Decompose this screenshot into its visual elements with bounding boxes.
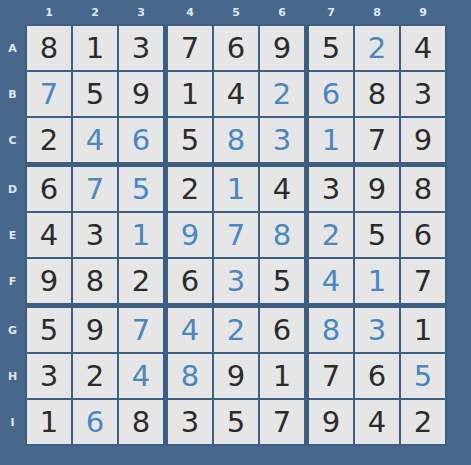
row-header-group: DEF	[0, 167, 25, 303]
cell-G2[interactable]: 9	[73, 308, 117, 352]
sudoku-box-1: 813759246	[27, 26, 163, 162]
cell-G4[interactable]: 4	[168, 308, 212, 352]
sudoku-box-3: 524683179	[309, 26, 445, 162]
cell-B2[interactable]: 5	[73, 72, 117, 116]
cell-A8[interactable]: 2	[355, 26, 399, 70]
cell-C6[interactable]: 3	[260, 118, 304, 162]
cell-G1[interactable]: 5	[27, 308, 71, 352]
cell-F5[interactable]: 3	[214, 259, 258, 303]
col-header-7: 7	[309, 6, 353, 19]
cell-I6[interactable]: 7	[260, 400, 304, 444]
cell-H3[interactable]: 4	[119, 354, 163, 398]
cell-F8[interactable]: 1	[355, 259, 399, 303]
cell-C7[interactable]: 1	[309, 118, 353, 162]
cell-H6[interactable]: 1	[260, 354, 304, 398]
cell-C4[interactable]: 5	[168, 118, 212, 162]
row-header-G: G	[0, 308, 25, 352]
cell-E8[interactable]: 5	[355, 213, 399, 257]
cell-C9[interactable]: 9	[401, 118, 445, 162]
col-header-8: 8	[355, 6, 399, 19]
row-header-I: I	[0, 400, 25, 444]
cell-H2[interactable]: 2	[73, 354, 117, 398]
cell-I3[interactable]: 8	[119, 400, 163, 444]
corner-spacer	[0, 0, 25, 24]
col-header-4: 4	[168, 6, 212, 19]
cell-D3[interactable]: 5	[119, 167, 163, 211]
cell-B9[interactable]: 3	[401, 72, 445, 116]
cell-A4[interactable]: 7	[168, 26, 212, 70]
cell-D5[interactable]: 1	[214, 167, 258, 211]
col-header-9: 9	[401, 6, 445, 19]
column-header-group: 789	[309, 6, 445, 19]
cell-A7[interactable]: 5	[309, 26, 353, 70]
cell-D8[interactable]: 9	[355, 167, 399, 211]
cell-D6[interactable]: 4	[260, 167, 304, 211]
cell-A3[interactable]: 3	[119, 26, 163, 70]
cell-E3[interactable]: 1	[119, 213, 163, 257]
cell-A5[interactable]: 6	[214, 26, 258, 70]
cell-C5[interactable]: 8	[214, 118, 258, 162]
cell-B5[interactable]: 4	[214, 72, 258, 116]
cell-F1[interactable]: 9	[27, 259, 71, 303]
sudoku-page: 123456789 ABCDEFGHI 81375924676914258352…	[0, 0, 471, 465]
cell-C2[interactable]: 4	[73, 118, 117, 162]
cell-F9[interactable]: 7	[401, 259, 445, 303]
cell-G3[interactable]: 7	[119, 308, 163, 352]
cell-G9[interactable]: 1	[401, 308, 445, 352]
column-header-group: 456	[168, 6, 304, 19]
row-headers: ABCDEFGHI	[0, 24, 25, 446]
cell-C1[interactable]: 2	[27, 118, 71, 162]
cell-F3[interactable]: 2	[119, 259, 163, 303]
cell-I2[interactable]: 6	[73, 400, 117, 444]
sudoku-box-9: 831765942	[309, 308, 445, 444]
cell-D2[interactable]: 7	[73, 167, 117, 211]
cell-E4[interactable]: 9	[168, 213, 212, 257]
row-header-group: ABC	[0, 26, 25, 162]
cell-E7[interactable]: 2	[309, 213, 353, 257]
cell-D9[interactable]: 8	[401, 167, 445, 211]
col-header-5: 5	[214, 6, 258, 19]
cell-B8[interactable]: 8	[355, 72, 399, 116]
cell-B4[interactable]: 1	[168, 72, 212, 116]
cell-A6[interactable]: 9	[260, 26, 304, 70]
cell-F7[interactable]: 4	[309, 259, 353, 303]
cell-A2[interactable]: 1	[73, 26, 117, 70]
col-header-6: 6	[260, 6, 304, 19]
column-headers: 123456789	[25, 0, 447, 24]
cell-B6[interactable]: 2	[260, 72, 304, 116]
sudoku-board: 8137592467691425835246831796754319822149…	[25, 24, 447, 446]
cell-G5[interactable]: 2	[214, 308, 258, 352]
cell-I8[interactable]: 4	[355, 400, 399, 444]
cell-E9[interactable]: 6	[401, 213, 445, 257]
cell-E1[interactable]: 4	[27, 213, 71, 257]
column-header-group: 123	[27, 6, 163, 19]
cell-H5[interactable]: 9	[214, 354, 258, 398]
cell-H8[interactable]: 6	[355, 354, 399, 398]
row-header-D: D	[0, 167, 25, 211]
sudoku-box-4: 675431982	[27, 167, 163, 303]
row-header-group: GHI	[0, 308, 25, 444]
cell-D7[interactable]: 3	[309, 167, 353, 211]
cell-B1[interactable]: 7	[27, 72, 71, 116]
cell-E2[interactable]: 3	[73, 213, 117, 257]
cell-A9[interactable]: 4	[401, 26, 445, 70]
cell-D4[interactable]: 2	[168, 167, 212, 211]
sudoku-box-5: 214978635	[168, 167, 304, 303]
col-header-2: 2	[73, 6, 117, 19]
cell-C3[interactable]: 6	[119, 118, 163, 162]
cell-H7[interactable]: 7	[309, 354, 353, 398]
row-header-H: H	[0, 354, 25, 398]
sudoku-box-2: 769142583	[168, 26, 304, 162]
cell-I9[interactable]: 2	[401, 400, 445, 444]
cell-A1[interactable]: 8	[27, 26, 71, 70]
cell-I5[interactable]: 5	[214, 400, 258, 444]
cell-H1[interactable]: 3	[27, 354, 71, 398]
cell-D1[interactable]: 6	[27, 167, 71, 211]
cell-E5[interactable]: 7	[214, 213, 258, 257]
cell-G8[interactable]: 3	[355, 308, 399, 352]
row-header-A: A	[0, 26, 25, 70]
cell-H9[interactable]: 5	[401, 354, 445, 398]
col-header-3: 3	[119, 6, 163, 19]
cell-C8[interactable]: 7	[355, 118, 399, 162]
cell-F6[interactable]: 5	[260, 259, 304, 303]
cell-I4[interactable]: 3	[168, 400, 212, 444]
cell-I1[interactable]: 1	[27, 400, 71, 444]
cell-G7[interactable]: 8	[309, 308, 353, 352]
cell-H4[interactable]: 8	[168, 354, 212, 398]
cell-I7[interactable]: 9	[309, 400, 353, 444]
sudoku-box-6: 398256417	[309, 167, 445, 303]
cell-F4[interactable]: 6	[168, 259, 212, 303]
cell-G6[interactable]: 6	[260, 308, 304, 352]
row-header-C: C	[0, 118, 25, 162]
cell-B3[interactable]: 9	[119, 72, 163, 116]
col-header-1: 1	[27, 6, 71, 19]
cell-F2[interactable]: 8	[73, 259, 117, 303]
row-header-F: F	[0, 259, 25, 303]
row-header-B: B	[0, 72, 25, 116]
row-header-E: E	[0, 213, 25, 257]
cell-B7[interactable]: 6	[309, 72, 353, 116]
cell-E6[interactable]: 8	[260, 213, 304, 257]
sudoku-box-7: 597324168	[27, 308, 163, 444]
sudoku-box-8: 426891357	[168, 308, 304, 444]
